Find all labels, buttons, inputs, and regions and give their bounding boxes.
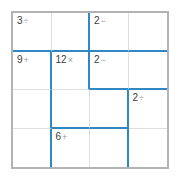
- cell-r0c0[interactable]: 3÷: [13, 13, 52, 52]
- cell-r3c3[interactable]: [129, 129, 168, 168]
- cage-clue: 9+: [17, 54, 29, 66]
- cage-clue: 6+: [56, 131, 68, 143]
- cage-clue: 12×: [56, 54, 73, 66]
- cage-clue: 2÷: [133, 92, 145, 104]
- cage-operator: ÷: [139, 93, 144, 103]
- cage-operator: −: [101, 55, 106, 65]
- cell-r1c1[interactable]: 12×: [52, 52, 91, 91]
- cage-target-number: 12: [56, 54, 67, 65]
- cage-target-number: 2: [94, 15, 100, 26]
- cage-target-number: 9: [17, 54, 23, 65]
- cell-r0c2[interactable]: 2−: [90, 13, 129, 52]
- cell-r1c0[interactable]: 9+: [13, 52, 52, 91]
- cell-r3c2[interactable]: [90, 129, 129, 168]
- cell-r1c3[interactable]: [129, 52, 168, 91]
- cell-r3c0[interactable]: [13, 129, 52, 168]
- cage-target-number: 6: [56, 131, 62, 142]
- cell-r3c1[interactable]: 6+: [52, 129, 91, 168]
- cell-r0c3[interactable]: [129, 13, 168, 52]
- kenken-board: 3÷2−9+12×2−2÷6+: [11, 11, 169, 169]
- cage-clue: 2−: [94, 54, 106, 66]
- cage-operator: ×: [68, 55, 73, 65]
- cage-clue: 3÷: [17, 15, 29, 27]
- cage-operator: +: [24, 55, 29, 65]
- cell-r2c0[interactable]: [13, 90, 52, 129]
- cage-clue: 2−: [94, 15, 106, 27]
- cage-operator: −: [101, 16, 106, 26]
- cage-target-number: 2: [94, 54, 100, 65]
- cell-r1c2[interactable]: 2−: [90, 52, 129, 91]
- cage-target-number: 3: [17, 15, 23, 26]
- cage-target-number: 2: [133, 92, 139, 103]
- cell-r2c3[interactable]: 2÷: [129, 90, 168, 129]
- cage-operator: ÷: [24, 16, 29, 26]
- cell-r2c2[interactable]: [90, 90, 129, 129]
- cell-r0c1[interactable]: [52, 13, 91, 52]
- cell-r2c1[interactable]: [52, 90, 91, 129]
- cage-operator: +: [62, 132, 67, 142]
